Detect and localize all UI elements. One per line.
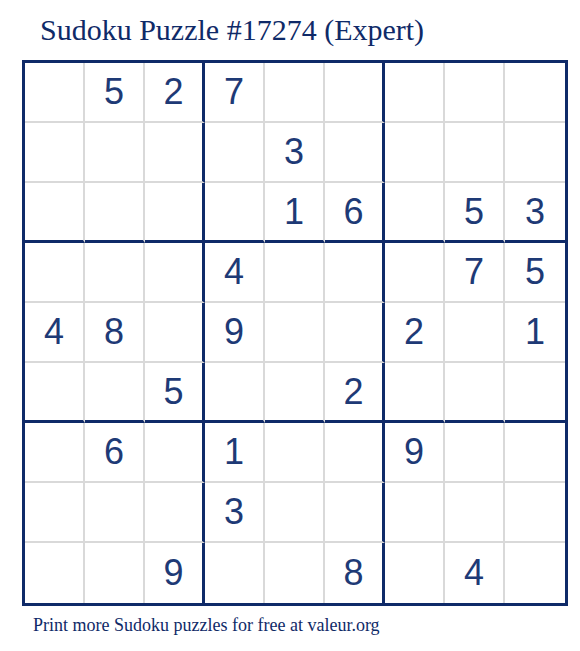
cell-r1c4[interactable]: 7 [205, 63, 265, 123]
cell-r6c2[interactable] [85, 363, 145, 423]
cell-r2c4[interactable] [205, 123, 265, 183]
cell-r2c2[interactable] [85, 123, 145, 183]
cell-r4c1[interactable] [25, 243, 85, 303]
sudoku-page: Sudoku Puzzle #17274 (Expert) 5273165347… [0, 0, 580, 651]
cell-r3c8[interactable]: 5 [445, 183, 505, 243]
cell-r1c6[interactable] [325, 63, 385, 123]
cell-r4c3[interactable] [145, 243, 205, 303]
cell-r1c5[interactable] [265, 63, 325, 123]
cell-r9c9[interactable] [505, 543, 565, 603]
cell-r9c1[interactable] [25, 543, 85, 603]
cell-r4c7[interactable] [385, 243, 445, 303]
cell-r2c3[interactable] [145, 123, 205, 183]
cell-r6c5[interactable] [265, 363, 325, 423]
cell-r3c1[interactable] [25, 183, 85, 243]
cell-r4c6[interactable] [325, 243, 385, 303]
cell-r8c9[interactable] [505, 483, 565, 543]
cell-r4c2[interactable] [85, 243, 145, 303]
cell-r6c3[interactable]: 5 [145, 363, 205, 423]
cell-r7c7[interactable]: 9 [385, 423, 445, 483]
cell-r6c6[interactable]: 2 [325, 363, 385, 423]
cell-r3c6[interactable]: 6 [325, 183, 385, 243]
cell-r9c4[interactable] [205, 543, 265, 603]
cell-r5c9[interactable]: 1 [505, 303, 565, 363]
cell-r3c4[interactable] [205, 183, 265, 243]
footer-text: Print more Sudoku puzzles for free at va… [33, 615, 380, 636]
cell-r7c3[interactable] [145, 423, 205, 483]
cell-r9c5[interactable] [265, 543, 325, 603]
cell-r5c5[interactable] [265, 303, 325, 363]
cell-r7c1[interactable] [25, 423, 85, 483]
cell-r1c3[interactable]: 2 [145, 63, 205, 123]
cell-r5c2[interactable]: 8 [85, 303, 145, 363]
cell-r2c5[interactable]: 3 [265, 123, 325, 183]
cell-r3c2[interactable] [85, 183, 145, 243]
cell-r6c1[interactable] [25, 363, 85, 423]
cell-r3c3[interactable] [145, 183, 205, 243]
cell-r1c9[interactable] [505, 63, 565, 123]
cell-r5c4[interactable]: 9 [205, 303, 265, 363]
cell-r8c1[interactable] [25, 483, 85, 543]
cell-r2c1[interactable] [25, 123, 85, 183]
cell-r5c6[interactable] [325, 303, 385, 363]
page-title: Sudoku Puzzle #17274 (Expert) [40, 13, 424, 47]
cell-r8c7[interactable] [385, 483, 445, 543]
cell-r1c8[interactable] [445, 63, 505, 123]
cell-r8c8[interactable] [445, 483, 505, 543]
cell-r7c5[interactable] [265, 423, 325, 483]
cell-r5c7[interactable]: 2 [385, 303, 445, 363]
cell-r8c3[interactable] [145, 483, 205, 543]
cell-r9c7[interactable] [385, 543, 445, 603]
cell-r4c4[interactable]: 4 [205, 243, 265, 303]
cell-r8c5[interactable] [265, 483, 325, 543]
cell-r7c6[interactable] [325, 423, 385, 483]
cell-r8c6[interactable] [325, 483, 385, 543]
cell-r5c1[interactable]: 4 [25, 303, 85, 363]
cell-r1c7[interactable] [385, 63, 445, 123]
cell-r6c7[interactable] [385, 363, 445, 423]
cell-r6c8[interactable] [445, 363, 505, 423]
cell-r9c8[interactable]: 4 [445, 543, 505, 603]
cell-r2c7[interactable] [385, 123, 445, 183]
cell-r3c9[interactable]: 3 [505, 183, 565, 243]
cell-r7c8[interactable] [445, 423, 505, 483]
cell-r7c2[interactable]: 6 [85, 423, 145, 483]
cell-r3c5[interactable]: 1 [265, 183, 325, 243]
cell-r9c2[interactable] [85, 543, 145, 603]
cell-r3c7[interactable] [385, 183, 445, 243]
cell-r4c5[interactable] [265, 243, 325, 303]
cell-r2c9[interactable] [505, 123, 565, 183]
cell-r5c8[interactable] [445, 303, 505, 363]
cell-r8c4[interactable]: 3 [205, 483, 265, 543]
cell-r1c1[interactable] [25, 63, 85, 123]
cell-r1c2[interactable]: 5 [85, 63, 145, 123]
cell-r4c9[interactable]: 5 [505, 243, 565, 303]
cell-r6c9[interactable] [505, 363, 565, 423]
cell-r6c4[interactable] [205, 363, 265, 423]
cell-r8c2[interactable] [85, 483, 145, 543]
cell-r2c8[interactable] [445, 123, 505, 183]
cell-r5c3[interactable] [145, 303, 205, 363]
cell-r7c4[interactable]: 1 [205, 423, 265, 483]
cell-r9c3[interactable]: 9 [145, 543, 205, 603]
cell-r7c9[interactable] [505, 423, 565, 483]
cell-r9c6[interactable]: 8 [325, 543, 385, 603]
cell-r4c8[interactable]: 7 [445, 243, 505, 303]
sudoku-board: 5273165347548921526193984 [22, 60, 568, 606]
cell-r2c6[interactable] [325, 123, 385, 183]
